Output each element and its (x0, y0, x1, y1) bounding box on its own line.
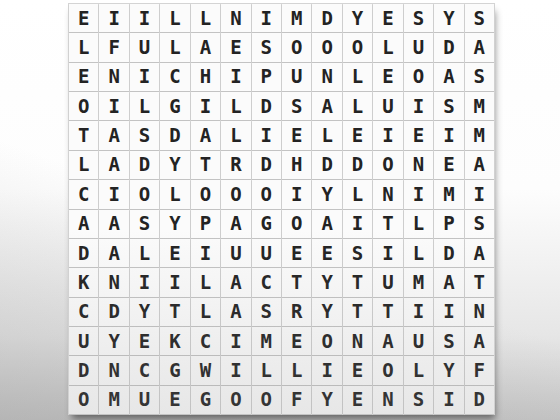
grid-cell[interactable]: T (373, 210, 402, 238)
grid-cell[interactable]: O (221, 386, 250, 414)
grid-cell[interactable]: N (373, 180, 402, 208)
grid-cell[interactable]: I (252, 4, 281, 32)
grid-cell[interactable]: T (191, 151, 220, 179)
grid-cell[interactable]: S (282, 92, 311, 120)
grid-cell[interactable]: F (282, 386, 311, 414)
grid-cell[interactable]: H (282, 151, 311, 179)
grid-cell[interactable]: T (343, 268, 372, 296)
grid-cell[interactable]: L (252, 356, 281, 384)
grid-cell[interactable]: E (221, 33, 250, 61)
grid-cell[interactable]: O (221, 180, 250, 208)
grid-cell[interactable]: E (282, 327, 311, 355)
grid-cell[interactable]: O (252, 386, 281, 414)
grid-cell[interactable]: U (221, 239, 250, 267)
grid-cell[interactable]: R (221, 151, 250, 179)
grid-cell[interactable]: C (130, 356, 159, 384)
grid-cell[interactable]: S (465, 63, 494, 91)
grid-cell[interactable]: U (130, 33, 159, 61)
grid-cell[interactable]: I (252, 121, 281, 149)
grid-cell[interactable]: F (99, 33, 128, 61)
grid-cell[interactable]: A (221, 268, 250, 296)
grid-cell[interactable]: L (404, 210, 433, 238)
grid-cell[interactable]: E (312, 239, 341, 267)
grid-cell[interactable]: D (434, 33, 463, 61)
grid-cell[interactable]: A (465, 33, 494, 61)
grid-cell[interactable]: I (373, 239, 402, 267)
grid-cell[interactable]: O (282, 33, 311, 61)
grid-cell[interactable]: S (252, 33, 281, 61)
grid-cell[interactable]: L (404, 356, 433, 384)
grid-cell[interactable]: K (69, 268, 98, 296)
grid-cell[interactable]: T (373, 298, 402, 326)
grid-cell[interactable]: Y (312, 180, 341, 208)
grid-cell[interactable]: I (221, 356, 250, 384)
grid-cell[interactable]: R (282, 298, 311, 326)
grid-cell[interactable]: A (99, 210, 128, 238)
grid-cell[interactable]: O (69, 92, 98, 120)
grid-cell[interactable]: T (160, 298, 189, 326)
grid-cell[interactable]: Y (312, 268, 341, 296)
grid-cell[interactable]: L (130, 92, 159, 120)
grid-cell[interactable]: I (99, 4, 128, 32)
grid-cell[interactable]: L (160, 180, 189, 208)
grid-cell[interactable]: S (404, 4, 433, 32)
grid-cell[interactable]: S (465, 210, 494, 238)
grid-cell[interactable]: S (434, 327, 463, 355)
grid-cell[interactable]: E (434, 151, 463, 179)
grid-cell[interactable]: U (404, 327, 433, 355)
grid-cell[interactable]: E (343, 121, 372, 149)
grid-cell[interactable]: D (130, 151, 159, 179)
grid-cell[interactable]: O (130, 180, 159, 208)
grid-cell[interactable]: I (404, 180, 433, 208)
grid-cell[interactable]: Y (160, 210, 189, 238)
grid-cell[interactable]: U (69, 327, 98, 355)
grid-cell[interactable]: N (99, 63, 128, 91)
grid-cell[interactable]: E (404, 121, 433, 149)
grid-cell[interactable]: U (373, 92, 402, 120)
grid-cell[interactable]: S (343, 239, 372, 267)
grid-cell[interactable]: M (99, 386, 128, 414)
grid-cell[interactable]: L (221, 92, 250, 120)
grid-cell[interactable]: M (465, 92, 494, 120)
grid-cell[interactable]: L (343, 63, 372, 91)
grid-cell[interactable]: I (191, 92, 220, 120)
grid-cell[interactable]: L (69, 33, 98, 61)
grid-cell[interactable]: S (252, 298, 281, 326)
grid-cell[interactable]: E (282, 239, 311, 267)
grid-cell[interactable]: I (434, 121, 463, 149)
grid-cell[interactable]: S (130, 121, 159, 149)
grid-cell[interactable]: I (99, 180, 128, 208)
grid-cell[interactable]: D (312, 4, 341, 32)
grid-cell[interactable]: D (69, 239, 98, 267)
grid-cell[interactable]: I (404, 92, 433, 120)
grid-cell[interactable]: D (343, 151, 372, 179)
grid-cell[interactable]: A (434, 268, 463, 296)
grid-cell[interactable]: Y (434, 4, 463, 32)
grid-cell[interactable]: C (160, 63, 189, 91)
grid-cell[interactable]: P (191, 210, 220, 238)
grid-cell[interactable]: A (99, 151, 128, 179)
grid-cell[interactable]: I (343, 210, 372, 238)
grid-cell[interactable]: Y (130, 298, 159, 326)
grid-cell[interactable]: A (465, 239, 494, 267)
grid-cell[interactable]: T (465, 268, 494, 296)
grid-cell[interactable]: D (252, 151, 281, 179)
grid-cell[interactable]: A (373, 327, 402, 355)
grid-cell[interactable]: W (191, 356, 220, 384)
grid-cell[interactable]: M (404, 268, 433, 296)
grid-cell[interactable]: E (69, 63, 98, 91)
grid-cell[interactable]: O (404, 63, 433, 91)
grid-cell[interactable]: A (191, 33, 220, 61)
grid-cell[interactable]: L (191, 268, 220, 296)
grid-cell[interactable]: E (130, 327, 159, 355)
grid-cell[interactable]: N (404, 151, 433, 179)
grid-cell[interactable]: P (434, 210, 463, 238)
grid-cell[interactable]: Y (312, 298, 341, 326)
grid-cell[interactable]: U (282, 63, 311, 91)
grid-cell[interactable]: D (465, 386, 494, 414)
grid-cell[interactable]: Y (99, 327, 128, 355)
grid-cell[interactable]: T (282, 268, 311, 296)
grid-cell[interactable]: A (221, 210, 250, 238)
grid-cell[interactable]: A (191, 121, 220, 149)
grid-cell[interactable]: D (69, 356, 98, 384)
grid-cell[interactable]: M (252, 327, 281, 355)
grid-cell[interactable]: F (465, 356, 494, 384)
grid-cell[interactable]: L (130, 239, 159, 267)
grid-cell[interactable]: E (373, 4, 402, 32)
grid-cell[interactable]: E (373, 63, 402, 91)
grid-cell[interactable]: P (252, 63, 281, 91)
grid-cell[interactable]: A (312, 92, 341, 120)
grid-cell[interactable]: O (191, 180, 220, 208)
grid-cell[interactable]: S (404, 386, 433, 414)
grid-cell[interactable]: G (160, 92, 189, 120)
grid-cell[interactable]: U (373, 268, 402, 296)
grid-cell[interactable]: I (373, 121, 402, 149)
grid-cell[interactable]: I (465, 180, 494, 208)
grid-cell[interactable]: E (343, 386, 372, 414)
grid-cell[interactable]: I (221, 327, 250, 355)
grid-cell[interactable]: I (130, 4, 159, 32)
grid-cell[interactable]: I (130, 63, 159, 91)
grid-cell[interactable]: L (160, 4, 189, 32)
grid-cell[interactable]: Y (160, 151, 189, 179)
grid-cell[interactable]: Y (312, 386, 341, 414)
grid-cell[interactable]: L (160, 33, 189, 61)
grid-cell[interactable]: I (312, 356, 341, 384)
grid-cell[interactable]: G (191, 386, 220, 414)
grid-cell[interactable]: E (160, 386, 189, 414)
grid-cell[interactable]: A (465, 151, 494, 179)
grid-cell[interactable]: D (434, 239, 463, 267)
grid-cell[interactable]: I (130, 268, 159, 296)
grid-cell[interactable]: I (434, 386, 463, 414)
grid-cell[interactable]: M (465, 121, 494, 149)
grid-cell[interactable]: L (343, 92, 372, 120)
grid-cell[interactable]: L (221, 121, 250, 149)
grid-cell[interactable]: I (191, 239, 220, 267)
grid-cell[interactable]: D (99, 298, 128, 326)
grid-cell[interactable]: T (69, 121, 98, 149)
grid-cell[interactable]: C (69, 180, 98, 208)
grid-cell[interactable]: N (99, 268, 128, 296)
grid-cell[interactable]: N (373, 386, 402, 414)
grid-cell[interactable]: L (282, 356, 311, 384)
grid-cell[interactable]: T (343, 298, 372, 326)
grid-cell[interactable]: G (160, 356, 189, 384)
grid-cell[interactable]: N (343, 327, 372, 355)
grid-cell[interactable]: L (69, 151, 98, 179)
grid-cell[interactable]: L (373, 33, 402, 61)
grid-cell[interactable]: I (404, 298, 433, 326)
grid-cell[interactable]: C (252, 268, 281, 296)
grid-cell[interactable]: L (343, 180, 372, 208)
grid-cell[interactable]: A (99, 121, 128, 149)
grid-cell[interactable]: H (191, 63, 220, 91)
grid-cell[interactable]: E (160, 239, 189, 267)
grid-cell[interactable]: O (373, 356, 402, 384)
grid-cell[interactable]: O (312, 327, 341, 355)
grid-cell[interactable]: S (130, 210, 159, 238)
grid-cell[interactable]: C (191, 327, 220, 355)
grid-cell[interactable]: I (99, 92, 128, 120)
grid-cell[interactable]: E (343, 356, 372, 384)
grid-cell[interactable]: O (282, 210, 311, 238)
grid-cell[interactable]: N (99, 356, 128, 384)
grid-cell[interactable]: U (404, 33, 433, 61)
grid-cell[interactable]: U (252, 239, 281, 267)
grid-cell[interactable]: I (282, 180, 311, 208)
grid-cell[interactable]: N (312, 63, 341, 91)
grid-cell[interactable]: A (465, 327, 494, 355)
grid-cell[interactable]: O (373, 151, 402, 179)
grid-cell[interactable]: G (252, 210, 281, 238)
grid-cell[interactable]: M (282, 4, 311, 32)
grid-cell[interactable]: E (282, 121, 311, 149)
grid-cell[interactable]: Y (434, 356, 463, 384)
grid-cell[interactable]: I (434, 298, 463, 326)
word-search-board: EIILLNIMDYESYSLFULAESOOOLUDAENICHIPUNLEO… (68, 3, 495, 415)
grid-cell[interactable]: A (221, 298, 250, 326)
grid-cell[interactable]: N (465, 298, 494, 326)
grid-cell[interactable]: Y (343, 4, 372, 32)
grid-cell[interactable]: D (252, 92, 281, 120)
grid-cell[interactable]: I (221, 63, 250, 91)
grid-cell[interactable]: A (99, 239, 128, 267)
grid-cell[interactable]: K (160, 327, 189, 355)
grid-cell[interactable]: S (434, 92, 463, 120)
grid-cell[interactable]: N (221, 4, 250, 32)
grid-cell[interactable]: L (312, 121, 341, 149)
grid-cell[interactable]: D (312, 151, 341, 179)
grid-cell[interactable]: O (343, 33, 372, 61)
grid-cell[interactable]: O (69, 386, 98, 414)
grid-cell[interactable]: S (465, 4, 494, 32)
grid-cell[interactable]: O (312, 33, 341, 61)
grid-cell[interactable]: M (434, 180, 463, 208)
grid-cell[interactable]: L (191, 298, 220, 326)
grid-cell[interactable]: I (160, 268, 189, 296)
grid-cell[interactable]: U (130, 386, 159, 414)
grid-cell[interactable]: L (404, 239, 433, 267)
grid-cell[interactable]: L (191, 4, 220, 32)
grid-cell[interactable]: O (252, 180, 281, 208)
grid-cell[interactable]: C (69, 298, 98, 326)
grid-cell[interactable]: A (434, 63, 463, 91)
grid-cell[interactable]: E (69, 4, 98, 32)
grid-cell[interactable]: A (69, 210, 98, 238)
grid-cell[interactable]: D (160, 121, 189, 149)
grid-cell[interactable]: A (312, 210, 341, 238)
